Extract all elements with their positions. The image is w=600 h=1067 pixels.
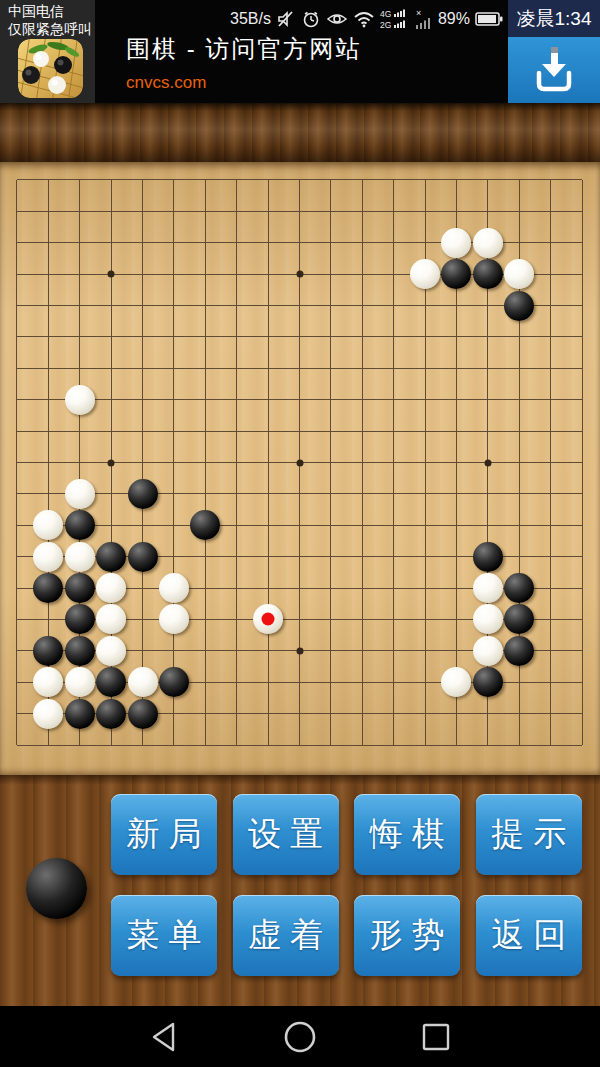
board-point[interactable] bbox=[409, 353, 440, 384]
board-point[interactable] bbox=[535, 353, 566, 384]
board-point[interactable] bbox=[535, 196, 566, 227]
board-point[interactable] bbox=[535, 635, 566, 666]
board-point[interactable] bbox=[315, 415, 346, 446]
board-point[interactable] bbox=[441, 164, 472, 195]
board-point[interactable] bbox=[1, 384, 32, 415]
board-point[interactable] bbox=[347, 384, 378, 415]
board-point[interactable] bbox=[378, 290, 409, 321]
board-point[interactable] bbox=[158, 510, 189, 541]
board-point[interactable] bbox=[409, 541, 440, 572]
board-point[interactable] bbox=[33, 572, 64, 603]
ad-title[interactable]: 围棋 - 访问官方网站 bbox=[126, 33, 361, 65]
board-point[interactable] bbox=[472, 541, 503, 572]
board-point[interactable] bbox=[441, 447, 472, 478]
board-point[interactable] bbox=[252, 164, 283, 195]
board-point[interactable] bbox=[409, 196, 440, 227]
board-point[interactable] bbox=[566, 572, 597, 603]
board-point[interactable] bbox=[347, 667, 378, 698]
board-point[interactable] bbox=[284, 353, 315, 384]
board-point[interactable] bbox=[252, 478, 283, 509]
board-point[interactable] bbox=[566, 227, 597, 258]
board-point[interactable] bbox=[190, 384, 221, 415]
board-point[interactable] bbox=[441, 635, 472, 666]
board-point[interactable] bbox=[127, 353, 158, 384]
board-point[interactable] bbox=[347, 353, 378, 384]
board-point[interactable] bbox=[95, 604, 126, 635]
board-point[interactable] bbox=[95, 667, 126, 698]
board-point[interactable] bbox=[252, 604, 283, 635]
board-point[interactable] bbox=[441, 510, 472, 541]
board-point[interactable] bbox=[33, 510, 64, 541]
board-point[interactable] bbox=[441, 698, 472, 729]
board-point[interactable] bbox=[535, 384, 566, 415]
board-point[interactable] bbox=[535, 290, 566, 321]
board-point[interactable] bbox=[33, 447, 64, 478]
board-point[interactable] bbox=[127, 667, 158, 698]
board-point[interactable] bbox=[127, 698, 158, 729]
board-point[interactable] bbox=[409, 667, 440, 698]
board-point[interactable] bbox=[190, 290, 221, 321]
board-point[interactable] bbox=[64, 541, 95, 572]
return-button[interactable]: 返回 bbox=[476, 895, 582, 976]
board-point[interactable] bbox=[378, 196, 409, 227]
board-point[interactable] bbox=[347, 541, 378, 572]
board-point[interactable] bbox=[252, 196, 283, 227]
board-point[interactable] bbox=[504, 729, 535, 760]
board-point[interactable] bbox=[504, 227, 535, 258]
board-point[interactable] bbox=[33, 164, 64, 195]
board-point[interactable] bbox=[315, 447, 346, 478]
board-point[interactable] bbox=[64, 164, 95, 195]
board-point[interactable] bbox=[315, 572, 346, 603]
board-point[interactable] bbox=[95, 447, 126, 478]
board-point[interactable] bbox=[1, 196, 32, 227]
board-point[interactable] bbox=[64, 667, 95, 698]
board-point[interactable] bbox=[95, 635, 126, 666]
board-point[interactable] bbox=[1, 698, 32, 729]
board-point[interactable] bbox=[95, 258, 126, 289]
board-point[interactable] bbox=[315, 164, 346, 195]
menu-button[interactable]: 菜单 bbox=[111, 895, 217, 976]
board-point[interactable] bbox=[504, 698, 535, 729]
board-point[interactable] bbox=[535, 604, 566, 635]
board-point[interactable] bbox=[535, 447, 566, 478]
board-point[interactable] bbox=[33, 667, 64, 698]
board-point[interactable] bbox=[441, 572, 472, 603]
board-point[interactable] bbox=[252, 415, 283, 446]
estimate-button[interactable]: 形势 bbox=[354, 895, 460, 976]
board-point[interactable] bbox=[347, 510, 378, 541]
board-point[interactable] bbox=[190, 321, 221, 352]
board-point[interactable] bbox=[252, 258, 283, 289]
board-point[interactable] bbox=[221, 478, 252, 509]
board-point[interactable] bbox=[190, 447, 221, 478]
board-point[interactable] bbox=[315, 290, 346, 321]
board-point[interactable] bbox=[33, 478, 64, 509]
board-point[interactable] bbox=[221, 729, 252, 760]
board-point[interactable] bbox=[535, 698, 566, 729]
board-point[interactable] bbox=[221, 415, 252, 446]
board-point[interactable] bbox=[252, 290, 283, 321]
board-point[interactable] bbox=[378, 447, 409, 478]
board-point[interactable] bbox=[221, 384, 252, 415]
board-point[interactable] bbox=[566, 667, 597, 698]
board-point[interactable] bbox=[284, 635, 315, 666]
board-point[interactable] bbox=[409, 447, 440, 478]
board-point[interactable] bbox=[64, 635, 95, 666]
board-point[interactable] bbox=[33, 541, 64, 572]
board-point[interactable] bbox=[221, 635, 252, 666]
board-point[interactable] bbox=[64, 290, 95, 321]
board-point[interactable] bbox=[64, 510, 95, 541]
board-point[interactable] bbox=[221, 541, 252, 572]
board-point[interactable] bbox=[566, 510, 597, 541]
board-point[interactable] bbox=[190, 227, 221, 258]
board-point[interactable] bbox=[535, 164, 566, 195]
board-point[interactable] bbox=[190, 729, 221, 760]
board-point[interactable] bbox=[127, 227, 158, 258]
board-point[interactable] bbox=[190, 258, 221, 289]
board-point[interactable] bbox=[95, 353, 126, 384]
board-point[interactable] bbox=[472, 321, 503, 352]
board-point[interactable] bbox=[315, 667, 346, 698]
board-point[interactable] bbox=[33, 415, 64, 446]
board-point[interactable] bbox=[441, 227, 472, 258]
download-button[interactable] bbox=[508, 37, 600, 103]
board-point[interactable] bbox=[190, 478, 221, 509]
board-point[interactable] bbox=[441, 541, 472, 572]
board-point[interactable] bbox=[1, 478, 32, 509]
board-point[interactable] bbox=[472, 572, 503, 603]
board-point[interactable] bbox=[441, 258, 472, 289]
board-point[interactable] bbox=[504, 635, 535, 666]
board-point[interactable] bbox=[95, 510, 126, 541]
board-point[interactable] bbox=[284, 447, 315, 478]
board-point[interactable] bbox=[190, 572, 221, 603]
board-point[interactable] bbox=[95, 729, 126, 760]
board-point[interactable] bbox=[378, 572, 409, 603]
board-point[interactable] bbox=[535, 572, 566, 603]
board-point[interactable] bbox=[252, 667, 283, 698]
board-point[interactable] bbox=[64, 478, 95, 509]
board-point[interactable] bbox=[535, 227, 566, 258]
board-point[interactable] bbox=[252, 635, 283, 666]
board-point[interactable] bbox=[95, 321, 126, 352]
undo-button[interactable]: 悔棋 bbox=[354, 794, 460, 875]
board-point[interactable] bbox=[504, 290, 535, 321]
board-point[interactable] bbox=[409, 510, 440, 541]
board-point[interactable] bbox=[378, 321, 409, 352]
board-point[interactable] bbox=[472, 353, 503, 384]
board-point[interactable] bbox=[472, 635, 503, 666]
board-point[interactable] bbox=[190, 510, 221, 541]
board-point[interactable] bbox=[472, 290, 503, 321]
board-point[interactable] bbox=[347, 635, 378, 666]
board-point[interactable] bbox=[1, 541, 32, 572]
board-point[interactable] bbox=[347, 729, 378, 760]
board-point[interactable] bbox=[347, 290, 378, 321]
board-point[interactable] bbox=[252, 353, 283, 384]
board-point[interactable] bbox=[190, 415, 221, 446]
board-point[interactable] bbox=[378, 635, 409, 666]
board-point[interactable] bbox=[504, 164, 535, 195]
board-point[interactable] bbox=[347, 321, 378, 352]
board-point[interactable] bbox=[158, 384, 189, 415]
board-point[interactable] bbox=[441, 290, 472, 321]
board-point[interactable] bbox=[221, 290, 252, 321]
board-point[interactable] bbox=[409, 604, 440, 635]
board-point[interactable] bbox=[504, 258, 535, 289]
board-point[interactable] bbox=[158, 415, 189, 446]
board-point[interactable] bbox=[64, 572, 95, 603]
board-point[interactable] bbox=[472, 510, 503, 541]
board-point[interactable] bbox=[252, 447, 283, 478]
board-point[interactable] bbox=[221, 164, 252, 195]
board-point[interactable] bbox=[64, 698, 95, 729]
board-point[interactable] bbox=[33, 258, 64, 289]
board-point[interactable] bbox=[190, 164, 221, 195]
board-point[interactable] bbox=[409, 227, 440, 258]
board-point[interactable] bbox=[64, 447, 95, 478]
board-point[interactable] bbox=[284, 164, 315, 195]
board-point[interactable] bbox=[221, 353, 252, 384]
board-point[interactable] bbox=[95, 541, 126, 572]
board-point[interactable] bbox=[127, 384, 158, 415]
board-point[interactable] bbox=[158, 604, 189, 635]
board-point[interactable] bbox=[95, 227, 126, 258]
board-point[interactable] bbox=[95, 572, 126, 603]
board-point[interactable] bbox=[441, 321, 472, 352]
board-point[interactable] bbox=[158, 541, 189, 572]
board-point[interactable] bbox=[441, 604, 472, 635]
board-point[interactable] bbox=[95, 384, 126, 415]
board-point[interactable] bbox=[127, 604, 158, 635]
board-point[interactable] bbox=[158, 698, 189, 729]
board-point[interactable] bbox=[409, 290, 440, 321]
board-point[interactable] bbox=[504, 321, 535, 352]
board-point[interactable] bbox=[1, 321, 32, 352]
board-point[interactable] bbox=[95, 698, 126, 729]
board-point[interactable] bbox=[284, 227, 315, 258]
board-point[interactable] bbox=[284, 541, 315, 572]
board-point[interactable] bbox=[504, 384, 535, 415]
board-point[interactable] bbox=[472, 604, 503, 635]
board-point[interactable] bbox=[566, 604, 597, 635]
board-point[interactable] bbox=[504, 447, 535, 478]
board-point[interactable] bbox=[409, 698, 440, 729]
board-point[interactable] bbox=[441, 478, 472, 509]
back-icon[interactable] bbox=[149, 1021, 179, 1053]
board-point[interactable] bbox=[566, 478, 597, 509]
board-point[interactable] bbox=[472, 478, 503, 509]
board-point[interactable] bbox=[190, 196, 221, 227]
board-point[interactable] bbox=[566, 290, 597, 321]
board-point[interactable] bbox=[158, 667, 189, 698]
board-point[interactable] bbox=[190, 604, 221, 635]
board-point[interactable] bbox=[566, 447, 597, 478]
hint-button[interactable]: 提示 bbox=[476, 794, 582, 875]
board-point[interactable] bbox=[347, 698, 378, 729]
board-point[interactable] bbox=[127, 729, 158, 760]
board-point[interactable] bbox=[158, 353, 189, 384]
board-point[interactable] bbox=[535, 510, 566, 541]
board-point[interactable] bbox=[221, 698, 252, 729]
board-point[interactable] bbox=[127, 196, 158, 227]
board-point[interactable] bbox=[315, 635, 346, 666]
board-point[interactable] bbox=[378, 541, 409, 572]
board-point[interactable] bbox=[158, 572, 189, 603]
board-point[interactable] bbox=[504, 667, 535, 698]
board-point[interactable] bbox=[504, 415, 535, 446]
board-point[interactable] bbox=[315, 541, 346, 572]
board-point[interactable] bbox=[504, 353, 535, 384]
board-point[interactable] bbox=[221, 227, 252, 258]
board-point[interactable] bbox=[64, 729, 95, 760]
board-point[interactable] bbox=[284, 729, 315, 760]
board-point[interactable] bbox=[33, 353, 64, 384]
board-point[interactable] bbox=[566, 635, 597, 666]
board-point[interactable] bbox=[1, 510, 32, 541]
board-point[interactable] bbox=[535, 415, 566, 446]
board-point[interactable] bbox=[347, 164, 378, 195]
board-point[interactable] bbox=[378, 729, 409, 760]
board-point[interactable] bbox=[190, 635, 221, 666]
board-point[interactable] bbox=[315, 384, 346, 415]
board-point[interactable] bbox=[409, 384, 440, 415]
board-point[interactable] bbox=[378, 258, 409, 289]
board-point[interactable] bbox=[535, 541, 566, 572]
board-point[interactable] bbox=[64, 227, 95, 258]
board-point[interactable] bbox=[315, 698, 346, 729]
board-point[interactable] bbox=[127, 478, 158, 509]
board-point[interactable] bbox=[33, 384, 64, 415]
board-point[interactable] bbox=[284, 290, 315, 321]
board-point[interactable] bbox=[221, 321, 252, 352]
board-point[interactable] bbox=[190, 541, 221, 572]
board-point[interactable] bbox=[127, 321, 158, 352]
board-point[interactable] bbox=[1, 290, 32, 321]
board-point[interactable] bbox=[378, 384, 409, 415]
board-point[interactable] bbox=[252, 572, 283, 603]
board-point[interactable] bbox=[504, 541, 535, 572]
board-point[interactable] bbox=[535, 478, 566, 509]
board-point[interactable] bbox=[315, 321, 346, 352]
board-point[interactable] bbox=[127, 164, 158, 195]
board-point[interactable] bbox=[472, 384, 503, 415]
board-point[interactable] bbox=[252, 227, 283, 258]
board-point[interactable] bbox=[409, 415, 440, 446]
board-point[interactable] bbox=[378, 227, 409, 258]
board-point[interactable] bbox=[64, 258, 95, 289]
board-point[interactable] bbox=[33, 729, 64, 760]
board-point[interactable] bbox=[284, 604, 315, 635]
board-point[interactable] bbox=[566, 729, 597, 760]
board-point[interactable] bbox=[315, 478, 346, 509]
board-point[interactable] bbox=[127, 572, 158, 603]
board-point[interactable] bbox=[190, 667, 221, 698]
board-point[interactable] bbox=[441, 196, 472, 227]
board-point[interactable] bbox=[158, 164, 189, 195]
board-point[interactable] bbox=[284, 572, 315, 603]
board-point[interactable] bbox=[158, 258, 189, 289]
board-point[interactable] bbox=[315, 258, 346, 289]
board-point[interactable] bbox=[566, 698, 597, 729]
board-point[interactable] bbox=[566, 384, 597, 415]
board-point[interactable] bbox=[378, 478, 409, 509]
board-point[interactable] bbox=[158, 635, 189, 666]
board-point[interactable] bbox=[566, 196, 597, 227]
board-point[interactable] bbox=[127, 258, 158, 289]
board-point[interactable] bbox=[252, 698, 283, 729]
board-point[interactable] bbox=[1, 447, 32, 478]
board-point[interactable] bbox=[1, 729, 32, 760]
board-point[interactable] bbox=[127, 415, 158, 446]
board-point[interactable] bbox=[64, 415, 95, 446]
board-point[interactable] bbox=[504, 478, 535, 509]
board-point[interactable] bbox=[127, 510, 158, 541]
board-point[interactable] bbox=[566, 258, 597, 289]
board-point[interactable] bbox=[1, 353, 32, 384]
board-point[interactable] bbox=[409, 478, 440, 509]
board-point[interactable] bbox=[190, 353, 221, 384]
board-point[interactable] bbox=[221, 510, 252, 541]
board-point[interactable] bbox=[566, 541, 597, 572]
board-point[interactable] bbox=[252, 510, 283, 541]
board-point[interactable] bbox=[284, 667, 315, 698]
board-point[interactable] bbox=[284, 196, 315, 227]
board-point[interactable] bbox=[1, 415, 32, 446]
board-point[interactable] bbox=[1, 572, 32, 603]
board-point[interactable] bbox=[252, 729, 283, 760]
board-point[interactable] bbox=[347, 196, 378, 227]
board-point[interactable] bbox=[347, 415, 378, 446]
board-point[interactable] bbox=[1, 635, 32, 666]
board-point[interactable] bbox=[64, 604, 95, 635]
board-point[interactable] bbox=[158, 290, 189, 321]
board-point[interactable] bbox=[315, 604, 346, 635]
board-point[interactable] bbox=[472, 667, 503, 698]
board-point[interactable] bbox=[566, 164, 597, 195]
board-point[interactable] bbox=[1, 604, 32, 635]
go-app-icon[interactable] bbox=[18, 39, 83, 98]
board-point[interactable] bbox=[284, 415, 315, 446]
board-point[interactable] bbox=[472, 415, 503, 446]
board-point[interactable] bbox=[221, 667, 252, 698]
board-point[interactable] bbox=[221, 196, 252, 227]
board-point[interactable] bbox=[347, 227, 378, 258]
pass-button[interactable]: 虚着 bbox=[233, 895, 339, 976]
board-point[interactable] bbox=[504, 572, 535, 603]
board-point[interactable] bbox=[158, 227, 189, 258]
board-point[interactable] bbox=[95, 196, 126, 227]
ad-url[interactable]: cnvcs.com bbox=[126, 73, 206, 93]
board-point[interactable] bbox=[33, 698, 64, 729]
board-point[interactable] bbox=[95, 478, 126, 509]
board-point[interactable] bbox=[409, 729, 440, 760]
board-point[interactable] bbox=[284, 698, 315, 729]
board-point[interactable] bbox=[95, 164, 126, 195]
board-point[interactable] bbox=[378, 164, 409, 195]
board-point[interactable] bbox=[378, 510, 409, 541]
board-point[interactable] bbox=[378, 667, 409, 698]
board-point[interactable] bbox=[158, 321, 189, 352]
board-point[interactable] bbox=[566, 353, 597, 384]
board-point[interactable] bbox=[472, 447, 503, 478]
board-point[interactable] bbox=[347, 447, 378, 478]
board-point[interactable] bbox=[535, 667, 566, 698]
board-point[interactable] bbox=[64, 196, 95, 227]
board-point[interactable] bbox=[158, 447, 189, 478]
